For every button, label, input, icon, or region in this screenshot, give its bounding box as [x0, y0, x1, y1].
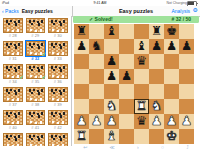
square-g6[interactable] [164, 54, 179, 69]
black-rook[interactable]: ♜ [74, 24, 89, 39]
white-pawn[interactable]: ♟ [74, 114, 89, 129]
square-f4[interactable] [149, 84, 164, 99]
black-pawn[interactable]: ♟ [179, 39, 194, 54]
black-pawn[interactable]: ♟ [104, 54, 119, 69]
puzzle-number-label: # 30 [48, 33, 68, 39]
puzzle-number-label: # 40 [3, 125, 23, 131]
square-d3[interactable] [119, 99, 134, 114]
puzzle-number-label: # 39 [48, 102, 68, 108]
hint-icon[interactable]: ○ [161, 144, 164, 150]
white-pawn[interactable]: ♟ [164, 114, 179, 129]
square-a2[interactable]: ♟ [74, 114, 89, 129]
puzzle-number-label: # 42 [48, 125, 68, 131]
back-button[interactable]: ‹ Packs [2, 8, 19, 14]
solved-label: ✓ Solved! [89, 16, 113, 22]
square-c7[interactable] [104, 39, 119, 54]
square-e5[interactable] [134, 69, 149, 84]
square-f2[interactable]: ♟ [149, 114, 164, 129]
mini-board[interactable] [48, 110, 68, 125]
square-e6[interactable]: ♛ [134, 54, 149, 69]
puzzle-number-label: # 38 [26, 102, 46, 108]
puzzle-thumbnail[interactable]: # 42 [48, 110, 68, 131]
white-bishop[interactable]: ♝ [104, 129, 119, 144]
square-c8[interactable]: ♝ [104, 24, 119, 39]
puzzle-number-label: # 37 [3, 102, 23, 108]
square-f1[interactable] [149, 129, 164, 144]
white-pawn[interactable]: ♟ [179, 114, 194, 129]
puzzle-number-label: # 33 [48, 56, 68, 62]
mini-board[interactable] [26, 18, 46, 33]
black-queen[interactable]: ♛ [134, 114, 149, 129]
square-h2[interactable]: ♟ [179, 114, 194, 129]
square-b6[interactable] [89, 54, 104, 69]
square-a8[interactable]: ♜ [74, 24, 89, 39]
puzzle-thumbnail[interactable]: # 30 [48, 18, 68, 39]
square-d6[interactable] [119, 54, 134, 69]
white-knight[interactable]: ♞ [149, 99, 164, 114]
black-pawn[interactable]: ♟ [149, 39, 164, 54]
puzzle-thumbnail[interactable]: # 31 [3, 41, 23, 62]
white-king[interactable]: ♚ [164, 129, 179, 144]
square-c3[interactable]: ♞ [104, 99, 119, 114]
puzzle-counter: # 32 / 50 [172, 16, 191, 22]
square-a1[interactable]: ♜ [74, 129, 89, 144]
square-g7[interactable]: ♟ [164, 39, 179, 54]
mini-board[interactable] [48, 64, 68, 79]
square-g1[interactable]: ♚ [164, 129, 179, 144]
square-g8[interactable]: ♚ [164, 24, 179, 39]
mini-board[interactable] [3, 18, 23, 33]
clock: 9:41 AM [94, 1, 107, 5]
puzzle-thumbnail[interactable]: # 32✓ [26, 41, 46, 62]
square-b2[interactable]: ♟ [89, 114, 104, 129]
square-f7[interactable]: ♟ [149, 39, 164, 54]
white-pawn[interactable]: ♟ [89, 114, 104, 129]
mini-board[interactable] [48, 41, 68, 56]
white-pawn[interactable]: ♟ [104, 114, 119, 129]
forward-icon[interactable]: › [137, 144, 139, 150]
square-b5[interactable] [89, 69, 104, 84]
gear-icon[interactable]: ⚙ [193, 7, 198, 14]
puzzle-number-label: # 29 [26, 33, 46, 39]
bottom-toolbar: ↩≪›○⤴ [72, 144, 200, 151]
square-g4[interactable] [164, 84, 179, 99]
square-b7[interactable]: ♞ [89, 39, 104, 54]
main-nav: Easy puzzles Analysis ⚙ [72, 6, 200, 16]
puzzle-thumbnail[interactable]: # 39 [48, 87, 68, 108]
puzzle-thumbnail[interactable]: # 41 [26, 110, 46, 131]
square-c5[interactable]: ♟ [104, 69, 119, 84]
square-b3[interactable] [89, 99, 104, 114]
device-label: iPad [2, 1, 9, 5]
white-rook[interactable]: ♜ [74, 129, 89, 144]
square-g3[interactable] [164, 99, 179, 114]
square-e4[interactable] [134, 84, 149, 99]
puzzle-thumbnail[interactable]: # 36 [48, 64, 68, 85]
square-e2[interactable]: ♛ [134, 114, 149, 129]
square-h4[interactable] [179, 84, 194, 99]
puzzle-thumbnail[interactable]: # 28 [3, 18, 23, 39]
square-d4[interactable] [119, 84, 134, 99]
square-a4[interactable] [74, 84, 89, 99]
share-icon[interactable]: ⤴ [186, 144, 189, 150]
black-bishop[interactable]: ♝ [134, 39, 149, 54]
puzzle-thumbnail[interactable]: # 35✓ [26, 64, 46, 85]
mini-board[interactable] [3, 41, 23, 56]
mini-board[interactable] [3, 110, 23, 125]
square-c4[interactable] [104, 84, 119, 99]
chess-board[interactable]: ♜♝♜♚♟♞♝♟♟♟♟♛♟♟♞♜♞♟♟♟♛♟♟♟♜♝♚ [74, 24, 194, 144]
black-pawn[interactable]: ♟ [104, 69, 119, 84]
undo-icon[interactable]: ↩ [83, 144, 87, 150]
black-pawn[interactable]: ♟ [74, 39, 89, 54]
solved-check-icon: ✓ [19, 74, 24, 80]
puzzle-number-label: # 41 [26, 125, 46, 131]
mini-board[interactable] [26, 87, 46, 102]
square-h7[interactable]: ♟ [179, 39, 194, 54]
square-b8[interactable] [89, 24, 104, 39]
square-e7[interactable]: ♝ [134, 39, 149, 54]
white-knight[interactable]: ♞ [104, 99, 119, 114]
rewind-icon[interactable]: ≪ [110, 144, 115, 150]
solved-banner: ✓ Solved! # 32 / 50 [73, 16, 199, 24]
black-queen[interactable]: ♛ [134, 54, 149, 69]
puzzle-number-label: # 28 [3, 33, 23, 39]
puzzle-thumbnail[interactable]: # 40 [3, 110, 23, 131]
puzzle-thumbnail[interactable]: # 29 [26, 18, 46, 39]
white-pawn[interactable]: ♟ [149, 114, 164, 129]
mini-board[interactable] [3, 87, 23, 102]
black-pawn[interactable]: ♟ [164, 39, 179, 54]
square-f8[interactable]: ♜ [149, 24, 164, 39]
square-e8[interactable] [134, 24, 149, 39]
black-bishop[interactable]: ♝ [104, 24, 119, 39]
mini-board[interactable] [48, 87, 68, 102]
sidebar-nav: ‹ Packs Easy puzzles [0, 6, 73, 16]
puzzle-thumbnail[interactable]: # 38 [26, 87, 46, 108]
square-d5[interactable]: ♟ [119, 69, 134, 84]
square-c1[interactable]: ♝ [104, 129, 119, 144]
square-f3[interactable]: ♞ [149, 99, 164, 114]
black-rook[interactable]: ♜ [149, 24, 164, 39]
square-d2[interactable] [119, 114, 134, 129]
square-h8[interactable] [179, 24, 194, 39]
solved-check-icon: ✓ [41, 51, 46, 57]
square-h6[interactable] [179, 54, 194, 69]
puzzle-number-label: # 36 [48, 79, 68, 85]
square-g5[interactable] [164, 69, 179, 84]
puzzle-number-label: # 31 [3, 56, 23, 62]
square-a6[interactable] [74, 54, 89, 69]
square-f6[interactable] [149, 54, 164, 69]
black-pawn[interactable]: ♟ [119, 69, 134, 84]
square-a3[interactable] [74, 99, 89, 114]
puzzle-list: # 28# 29# 30# 31# 32✓# 33# 34✓# 35✓# 36#… [0, 16, 72, 150]
square-c6[interactable]: ♟ [104, 54, 119, 69]
square-a7[interactable]: ♟ [74, 39, 89, 54]
mini-board[interactable] [48, 18, 68, 33]
square-h5[interactable] [179, 69, 194, 84]
square-f5[interactable] [149, 69, 164, 84]
square-g2[interactable]: ♟ [164, 114, 179, 129]
square-a5[interactable] [74, 69, 89, 84]
solved-check-icon: ✓ [41, 74, 46, 80]
mini-board[interactable] [26, 110, 46, 125]
square-b4[interactable] [89, 84, 104, 99]
square-b1[interactable] [89, 129, 104, 144]
page-title: Easy puzzles [119, 8, 153, 14]
sidebar-footer [0, 146, 73, 150]
puzzle-thumbnail[interactable]: # 33 [48, 41, 68, 62]
square-c2[interactable]: ♟ [104, 114, 119, 129]
battery-status-label: Not Charging [166, 1, 187, 5]
white-rook[interactable]: ♜ [134, 99, 149, 114]
square-d1[interactable] [119, 129, 134, 144]
puzzle-thumbnail[interactable]: # 34✓ [3, 64, 23, 85]
black-knight[interactable]: ♞ [89, 39, 104, 54]
square-e3[interactable]: ♜ [134, 99, 149, 114]
square-e1[interactable] [134, 129, 149, 144]
square-h1[interactable] [179, 129, 194, 144]
analysis-button[interactable]: Analysis [171, 8, 190, 14]
sidebar-title: Easy puzzles [22, 8, 53, 14]
check-icon: ✓ [89, 16, 93, 22]
square-d8[interactable] [119, 24, 134, 39]
black-king[interactable]: ♚ [164, 24, 179, 39]
puzzle-thumbnail[interactable]: # 37 [3, 87, 23, 108]
square-d7[interactable] [119, 39, 134, 54]
square-h3[interactable] [179, 99, 194, 114]
